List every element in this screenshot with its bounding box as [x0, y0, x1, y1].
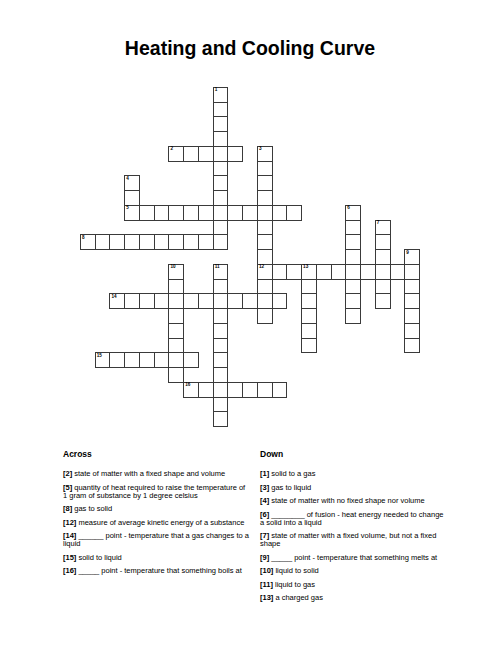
cell-r13c12[interactable]: [257, 279, 273, 295]
cell-r4c9[interactable]: [213, 146, 229, 162]
cell-r15c12[interactable]: [257, 308, 273, 324]
cell-r16c6[interactable]: [168, 323, 184, 339]
cell-r17c22[interactable]: [404, 338, 420, 354]
across-clue-text-2: state of matter with a fixed shape and v…: [74, 469, 225, 478]
cell-r12c17[interactable]: [331, 264, 347, 280]
cell-r8c13[interactable]: [272, 205, 288, 221]
cell-number-16: 16: [185, 383, 190, 388]
cell-r14c5[interactable]: [154, 293, 170, 309]
cell-r17c6[interactable]: [168, 338, 184, 354]
down-clue-number-11: [11]: [260, 580, 275, 589]
across-clue-text-8: gas to solid: [74, 504, 112, 513]
cell-r16c9[interactable]: [213, 323, 229, 339]
cell-r13c18[interactable]: [345, 279, 361, 295]
across-clues-column: Across [2] state of matter with a fixed …: [63, 449, 251, 608]
cell-r14c9[interactable]: [213, 293, 229, 309]
cell-r14c18[interactable]: [345, 293, 361, 309]
page-title: Heating and Cooling Curve: [0, 37, 500, 60]
cell-r4c8[interactable]: [198, 146, 214, 162]
cell-number-7: 7: [377, 221, 380, 226]
cell-r13c22[interactable]: [404, 279, 420, 295]
cell-r20c10[interactable]: [227, 382, 243, 398]
cell-r16c22[interactable]: [404, 323, 420, 339]
cell-r18c1[interactable]: 15: [95, 352, 111, 368]
cell-r12c12[interactable]: 12: [257, 264, 273, 280]
down-clue-text-6: ________ of fusion - heat energy needed …: [260, 510, 443, 527]
cell-r10c1[interactable]: [95, 234, 111, 250]
cell-r12c15[interactable]: 13: [301, 264, 317, 280]
cell-r14c10[interactable]: [227, 293, 243, 309]
down-clue-text-9: _____ point - temperature that something…: [271, 553, 437, 562]
cell-r6c3[interactable]: 4: [124, 175, 140, 191]
cell-r3c9[interactable]: [213, 131, 229, 147]
cell-r10c9[interactable]: [213, 234, 229, 250]
cell-r13c9[interactable]: [213, 279, 229, 295]
cell-r7c12[interactable]: [257, 190, 273, 206]
cell-r4c6[interactable]: 2: [168, 146, 184, 162]
cell-r14c13[interactable]: [272, 293, 288, 309]
cell-r9c18[interactable]: [345, 220, 361, 236]
across-clue-number-2: [2]: [63, 469, 74, 478]
cell-r12c6[interactable]: 10: [168, 264, 184, 280]
cell-r15c18[interactable]: [345, 308, 361, 324]
cell-r9c12[interactable]: [257, 220, 273, 236]
cell-r12c16[interactable]: [316, 264, 332, 280]
cell-r18c2[interactable]: [109, 352, 125, 368]
cell-r14c15[interactable]: [301, 293, 317, 309]
cell-number-14: 14: [111, 295, 116, 300]
cell-r11c18[interactable]: [345, 249, 361, 265]
cell-number-6: 6: [347, 206, 350, 211]
cell-r10c18[interactable]: [345, 234, 361, 250]
cell-r9c20[interactable]: 7: [375, 220, 391, 236]
across-clue-text-5: quantity of heat required to raise the t…: [63, 483, 245, 500]
cell-r0c9[interactable]: 1: [213, 87, 229, 103]
cell-number-13: 13: [303, 265, 308, 270]
down-clues-column: Down [1] solid to a gas[3] gas to liquid…: [260, 449, 448, 608]
cell-number-8: 8: [82, 236, 85, 241]
across-clue-2: [2] state of matter with a fixed shape a…: [63, 470, 251, 478]
cell-r7c3[interactable]: [124, 190, 140, 206]
across-clue-16: [16] _____ point - temperature that some…: [63, 567, 251, 575]
cell-r10c4[interactable]: [139, 234, 155, 250]
cell-r14c22[interactable]: [404, 293, 420, 309]
cell-r22c9[interactable]: [213, 411, 229, 427]
down-clue-1: [1] solid to a gas: [260, 470, 448, 478]
cell-r18c9[interactable]: [213, 352, 229, 368]
cell-number-5: 5: [126, 206, 129, 211]
cell-number-4: 4: [126, 177, 129, 182]
cell-r10c3[interactable]: [124, 234, 140, 250]
cell-r14c8[interactable]: [198, 293, 214, 309]
cell-r18c3[interactable]: [124, 352, 140, 368]
down-clue-text-10: liquid to solid: [275, 566, 318, 575]
cell-number-1: 1: [215, 88, 218, 93]
cell-r12c19[interactable]: [360, 264, 376, 280]
cell-r10c0[interactable]: 8: [80, 234, 96, 250]
cell-r4c12[interactable]: 3: [257, 146, 273, 162]
cell-number-12: 12: [259, 265, 264, 270]
cell-r10c2[interactable]: [109, 234, 125, 250]
cell-r8c7[interactable]: [183, 205, 199, 221]
cell-r17c15[interactable]: [301, 338, 317, 354]
cell-r14c20[interactable]: [375, 293, 391, 309]
cell-r20c9[interactable]: [213, 382, 229, 398]
cell-r5c12[interactable]: [257, 161, 273, 177]
down-clue-text-13: a charged gas: [275, 593, 323, 602]
across-clue-5: [5] quantity of heat required to raise t…: [63, 484, 251, 500]
cell-r6c12[interactable]: [257, 175, 273, 191]
cell-r19c9[interactable]: [213, 367, 229, 383]
cell-r8c10[interactable]: [227, 205, 243, 221]
down-clue-text-7: state of matter with a fixed volume, but…: [260, 531, 436, 548]
down-header: Down: [260, 449, 448, 459]
cell-r8c8[interactable]: [198, 205, 214, 221]
down-clue-number-1: [1]: [260, 469, 271, 478]
across-clue-number-8: [8]: [63, 504, 74, 513]
cell-r9c9[interactable]: [213, 220, 229, 236]
cell-r1c9[interactable]: [213, 102, 229, 118]
down-clue-3: [3] gas to liquid: [260, 484, 448, 492]
down-clue-text-4: state of matter with no fixed shape nor …: [271, 496, 424, 505]
across-clue-text-14: ______ point - temperature that a gas ch…: [63, 531, 249, 548]
cell-r10c8[interactable]: [198, 234, 214, 250]
crossword-board: 12345678910111213141516: [80, 87, 421, 428]
cell-r11c12[interactable]: [257, 249, 273, 265]
cell-r14c12[interactable]: [257, 293, 273, 309]
cell-r10c7[interactable]: [183, 234, 199, 250]
cell-r12c21[interactable]: [390, 264, 406, 280]
cell-r2c9[interactable]: [213, 116, 229, 132]
cell-r20c8[interactable]: [198, 382, 214, 398]
cell-r4c7[interactable]: [183, 146, 199, 162]
cell-r14c2[interactable]: 14: [109, 293, 125, 309]
across-clue-14: [14] ______ point - temperature that a g…: [63, 532, 251, 548]
down-clue-13: [13] a charged gas: [260, 594, 448, 602]
down-clue-6: [6] ________ of fusion - heat energy nee…: [260, 511, 448, 527]
cell-r11c22[interactable]: 9: [404, 249, 420, 265]
cell-r18c4[interactable]: [139, 352, 155, 368]
cell-r11c20[interactable]: [375, 249, 391, 265]
down-clue-list: [1] solid to a gas[3] gas to liquid[4] s…: [260, 470, 448, 602]
cell-r12c22[interactable]: [404, 264, 420, 280]
cell-r18c6[interactable]: [168, 352, 184, 368]
cell-r16c15[interactable]: [301, 323, 317, 339]
cell-number-3: 3: [259, 147, 262, 152]
cell-r7c9[interactable]: [213, 190, 229, 206]
cell-r6c9[interactable]: [213, 175, 229, 191]
cell-number-15: 15: [97, 354, 102, 359]
across-clue-list: [2] state of matter with a fixed shape a…: [63, 470, 251, 575]
cell-r19c6[interactable]: [168, 367, 184, 383]
down-clue-10: [10] liquid to solid: [260, 567, 448, 575]
cell-r18c5[interactable]: [154, 352, 170, 368]
cell-number-10: 10: [170, 265, 175, 270]
cell-r15c22[interactable]: [404, 308, 420, 324]
cell-r8c6[interactable]: [168, 205, 184, 221]
cell-r14c3[interactable]: [124, 293, 140, 309]
cell-number-9: 9: [406, 251, 409, 256]
cell-r8c11[interactable]: [242, 205, 258, 221]
cell-r8c4[interactable]: [139, 205, 155, 221]
cell-r14c7[interactable]: [183, 293, 199, 309]
cell-r21c9[interactable]: [213, 397, 229, 413]
cell-r15c15[interactable]: [301, 308, 317, 324]
down-clue-4: [4] state of matter with no fixed shape …: [260, 497, 448, 505]
cell-r15c6[interactable]: [168, 308, 184, 324]
cell-r15c9[interactable]: [213, 308, 229, 324]
cell-r8c12[interactable]: [257, 205, 273, 221]
across-clue-15: [15] solid to liquid: [63, 554, 251, 562]
down-clue-number-9: [9]: [260, 553, 271, 562]
cell-r10c12[interactable]: [257, 234, 273, 250]
down-clue-number-3: [3]: [260, 483, 271, 492]
cell-r12c9[interactable]: 11: [213, 264, 229, 280]
cell-r8c14[interactable]: [286, 205, 302, 221]
cell-r20c11[interactable]: [242, 382, 258, 398]
cell-r17c9[interactable]: [213, 338, 229, 354]
cell-r13c20[interactable]: [375, 279, 391, 295]
down-clue-text-1: solid to a gas: [271, 469, 315, 478]
cell-r5c9[interactable]: [213, 161, 229, 177]
cell-r20c7[interactable]: 16: [183, 382, 199, 398]
cell-r12c18[interactable]: [345, 264, 361, 280]
across-clue-text-15: solid to liquid: [78, 553, 121, 562]
down-clue-text-3: gas to liquid: [271, 483, 311, 492]
down-clue-number-10: [10]: [260, 566, 275, 575]
cell-r8c5[interactable]: [154, 205, 170, 221]
cell-r14c4[interactable]: [139, 293, 155, 309]
cell-r20c13[interactable]: [272, 382, 288, 398]
cell-r18c7[interactable]: [183, 352, 199, 368]
cell-number-2: 2: [170, 147, 173, 152]
across-clue-text-12: measure of average kinetic energy of a s…: [78, 518, 244, 527]
cell-r10c20[interactable]: [375, 234, 391, 250]
across-clue-number-16: [16]: [63, 566, 78, 575]
across-clue-number-15: [15]: [63, 553, 78, 562]
cell-r10c5[interactable]: [154, 234, 170, 250]
down-clue-text-11: liquid to gas: [275, 580, 315, 589]
cell-r12c13[interactable]: [272, 264, 288, 280]
across-header: Across: [63, 449, 251, 459]
cell-r13c6[interactable]: [168, 279, 184, 295]
down-clue-7: [7] state of matter with a fixed volume,…: [260, 532, 448, 548]
cell-r12c20[interactable]: [375, 264, 391, 280]
cell-r12c14[interactable]: [286, 264, 302, 280]
cell-r10c6[interactable]: [168, 234, 184, 250]
clue-section: Across [2] state of matter with a fixed …: [63, 449, 449, 608]
down-clue-11: [11] liquid to gas: [260, 581, 448, 589]
cell-r20c12[interactable]: [257, 382, 273, 398]
cell-r8c3[interactable]: 5: [124, 205, 140, 221]
cell-r8c9[interactable]: [213, 205, 229, 221]
down-clue-number-4: [4]: [260, 496, 271, 505]
down-clue-9: [9] _____ point - temperature that somet…: [260, 554, 448, 562]
cell-r8c18[interactable]: 6: [345, 205, 361, 221]
cell-r14c6[interactable]: [168, 293, 184, 309]
cell-r13c15[interactable]: [301, 279, 317, 295]
cell-number-11: 11: [215, 265, 220, 270]
across-clue-12: [12] measure of average kinetic energy o…: [63, 519, 251, 527]
across-clue-number-12: [12]: [63, 518, 78, 527]
cell-r4c10[interactable]: [227, 146, 243, 162]
across-clue-8: [8] gas to solid: [63, 505, 251, 513]
across-clue-text-16: _____ point - temperature that something…: [78, 566, 241, 575]
cell-r14c11[interactable]: [242, 293, 258, 309]
down-clue-number-13: [13]: [260, 593, 275, 602]
